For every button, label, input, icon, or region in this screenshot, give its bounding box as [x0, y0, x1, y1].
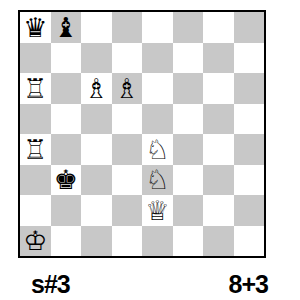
square-b2[interactable] [51, 195, 82, 226]
stipulation-label: s#3 [18, 270, 70, 299]
square-d8[interactable] [112, 12, 143, 43]
square-d1[interactable] [112, 226, 143, 257]
piece-white-queen: ♕ [145, 197, 169, 224]
square-f3[interactable] [173, 165, 204, 196]
square-a5[interactable] [20, 104, 51, 135]
square-b8[interactable]: ♝ [51, 12, 82, 43]
square-h3[interactable] [234, 165, 265, 196]
square-g8[interactable] [203, 12, 234, 43]
square-e7[interactable] [142, 43, 173, 74]
square-c5[interactable] [81, 104, 112, 135]
square-c1[interactable] [81, 226, 112, 257]
chess-board: ♛♝♖♗♗♖♘♚♘♕♔ [18, 10, 266, 258]
square-e5[interactable] [142, 104, 173, 135]
square-h7[interactable] [234, 43, 265, 74]
square-d6[interactable]: ♗ [112, 73, 143, 104]
square-a1[interactable]: ♔ [20, 226, 51, 257]
square-b4[interactable] [51, 134, 82, 165]
piece-white-rook: ♖ [23, 136, 47, 163]
square-e2[interactable]: ♕ [142, 195, 173, 226]
piece-white-rook: ♖ [23, 75, 47, 102]
piece-white-bishop: ♗ [115, 75, 139, 102]
square-c4[interactable] [81, 134, 112, 165]
square-g7[interactable] [203, 43, 234, 74]
square-a4[interactable]: ♖ [20, 134, 51, 165]
square-d2[interactable] [112, 195, 143, 226]
square-g3[interactable] [203, 165, 234, 196]
square-b7[interactable] [51, 43, 82, 74]
square-f4[interactable] [173, 134, 204, 165]
square-e8[interactable] [142, 12, 173, 43]
square-h2[interactable] [234, 195, 265, 226]
piece-white-knight: ♘ [145, 136, 169, 163]
square-a7[interactable] [20, 43, 51, 74]
square-f2[interactable] [173, 195, 204, 226]
square-g5[interactable] [203, 104, 234, 135]
square-e3[interactable]: ♘ [142, 165, 173, 196]
square-h8[interactable] [234, 12, 265, 43]
piece-white-king: ♔ [23, 227, 47, 254]
square-d5[interactable] [112, 104, 143, 135]
square-a8[interactable]: ♛ [20, 12, 51, 43]
square-a2[interactable] [20, 195, 51, 226]
piece-black-bishop: ♝ [54, 14, 78, 41]
square-a3[interactable] [20, 165, 51, 196]
square-c8[interactable] [81, 12, 112, 43]
square-g2[interactable] [203, 195, 234, 226]
square-d4[interactable] [112, 134, 143, 165]
square-h5[interactable] [234, 104, 265, 135]
square-a6[interactable]: ♖ [20, 73, 51, 104]
chess-problem-diagram: ♛♝♖♗♗♖♘♚♘♕♔ s#3 8+3 [0, 0, 300, 300]
square-e4[interactable]: ♘ [142, 134, 173, 165]
diagram-caption: s#3 8+3 [18, 271, 268, 297]
square-f8[interactable] [173, 12, 204, 43]
square-d3[interactable] [112, 165, 143, 196]
square-c2[interactable] [81, 195, 112, 226]
square-f6[interactable] [173, 73, 204, 104]
square-g1[interactable] [203, 226, 234, 257]
square-b3[interactable]: ♚ [51, 165, 82, 196]
square-b1[interactable] [51, 226, 82, 257]
square-e1[interactable] [142, 226, 173, 257]
piece-white-knight: ♘ [145, 166, 169, 193]
square-b6[interactable] [51, 73, 82, 104]
square-e6[interactable] [142, 73, 173, 104]
square-c7[interactable] [81, 43, 112, 74]
piece-white-bishop: ♗ [84, 75, 108, 102]
square-c6[interactable]: ♗ [81, 73, 112, 104]
square-h4[interactable] [234, 134, 265, 165]
square-g6[interactable] [203, 73, 234, 104]
square-f1[interactable] [173, 226, 204, 257]
piece-black-queen: ♛ [23, 14, 47, 41]
square-f7[interactable] [173, 43, 204, 74]
square-b5[interactable] [51, 104, 82, 135]
piece-count-label: 8+3 [229, 270, 268, 299]
square-d7[interactable] [112, 43, 143, 74]
square-h6[interactable] [234, 73, 265, 104]
square-f5[interactable] [173, 104, 204, 135]
square-g4[interactable] [203, 134, 234, 165]
square-h1[interactable] [234, 226, 265, 257]
piece-black-king: ♚ [54, 166, 78, 193]
square-c3[interactable] [81, 165, 112, 196]
